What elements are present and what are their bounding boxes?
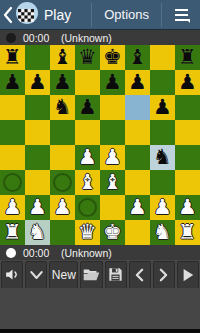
new-game-button[interactable]: New (49, 261, 78, 289)
new-game-label: New (52, 268, 76, 282)
piece-black-pawn: ♟ (53, 70, 72, 95)
piece-black-bishop: ♝ (53, 45, 72, 70)
square-f1[interactable] (125, 220, 150, 245)
piece-white-bishop: ♝ (78, 170, 97, 195)
square-d8[interactable]: ♛ (75, 45, 100, 70)
square-g4[interactable]: ♞ (150, 145, 175, 170)
piece-black-pawn: ♟ (78, 95, 97, 120)
piece-black-pawn: ♟ (128, 70, 147, 95)
square-f7[interactable]: ♟ (125, 70, 150, 95)
black-player-name: (Unknown) (61, 32, 112, 44)
square-c2[interactable]: ♟ (50, 195, 75, 220)
piece-white-pawn: ♟ (28, 195, 47, 220)
black-player-dot (6, 33, 16, 43)
piece-black-pawn: ♟ (3, 70, 22, 95)
square-e1[interactable]: ♚ (100, 220, 125, 245)
square-g2[interactable]: ♟ (150, 195, 175, 220)
white-player-dot (6, 248, 16, 258)
black-clock: 00:00 (23, 32, 57, 44)
piece-white-rook: ♜ (178, 220, 197, 245)
top-action-bar: Play Options (0, 0, 200, 30)
square-g7[interactable] (150, 70, 175, 95)
piece-white-pawn: ♟ (53, 195, 72, 220)
square-h4[interactable] (175, 145, 200, 170)
options-button[interactable]: Options (92, 0, 161, 29)
square-e7[interactable]: ♟ (100, 70, 125, 95)
square-b4[interactable] (25, 145, 50, 170)
move-back-button[interactable] (129, 261, 151, 289)
square-a6[interactable] (0, 95, 25, 120)
piece-white-pawn: ♟ (153, 195, 172, 220)
chevron-left-icon (134, 268, 145, 282)
square-d1[interactable]: ♛ (75, 220, 100, 245)
back-icon[interactable] (3, 6, 13, 24)
square-c8[interactable]: ♝ (50, 45, 75, 70)
square-b3[interactable] (25, 170, 50, 195)
piece-white-knight: ♞ (28, 220, 47, 245)
white-player-name: (Unknown) (61, 247, 112, 259)
open-game-button[interactable] (80, 261, 102, 289)
square-d2[interactable] (75, 195, 100, 220)
chevron-right-icon (158, 268, 169, 282)
square-f8[interactable]: ♝ (125, 45, 150, 70)
piece-white-king: ♚ (103, 220, 122, 245)
square-d7[interactable] (75, 70, 100, 95)
chess-board[interactable]: ♜♝♛♚♝♜♟♟♟♟♟♟♞♟♟♟♟♞♝♝♟♟♟♟♟♟♜♞♛♚♞♜ (0, 45, 200, 245)
square-b7[interactable]: ♟ (25, 70, 50, 95)
piece-white-rook: ♜ (3, 220, 22, 245)
piece-black-pawn: ♟ (178, 70, 197, 95)
square-a4[interactable] (0, 145, 25, 170)
play-forward-button[interactable] (177, 261, 199, 289)
white-clock: 00:00 (23, 247, 57, 259)
square-h6[interactable] (175, 95, 200, 120)
square-c7[interactable]: ♟ (50, 70, 75, 95)
app-logo-icon (15, 1, 39, 29)
bottom-edge (0, 329, 200, 333)
play-icon (181, 268, 195, 282)
square-c6[interactable]: ♞ (50, 95, 75, 120)
piece-black-rook: ♜ (3, 45, 22, 70)
chevron-down-icon (29, 269, 44, 281)
white-player-bar: 00:00 (Unknown) (0, 245, 200, 260)
square-e2[interactable] (100, 195, 125, 220)
piece-black-knight: ♞ (153, 145, 172, 170)
piece-white-bishop: ♝ (103, 170, 122, 195)
square-e3[interactable]: ♝ (100, 170, 125, 195)
save-icon (108, 267, 123, 282)
square-d3[interactable]: ♝ (75, 170, 100, 195)
square-f4[interactable] (125, 145, 150, 170)
collapse-toolbar-button[interactable] (25, 261, 47, 289)
piece-white-pawn: ♟ (3, 195, 22, 220)
save-game-button[interactable] (105, 261, 127, 289)
open-folder-icon (83, 267, 100, 282)
piece-black-pawn: ♟ (103, 70, 122, 95)
square-h7[interactable]: ♟ (175, 70, 200, 95)
piece-black-king: ♚ (103, 45, 122, 70)
square-e4[interactable]: ♟ (100, 145, 125, 170)
square-d4[interactable]: ♟ (75, 145, 100, 170)
square-a2[interactable]: ♟ (0, 195, 25, 220)
legal-move-hint (78, 198, 97, 217)
square-h2[interactable]: ♟ (175, 195, 200, 220)
square-c3[interactable] (50, 170, 75, 195)
piece-black-rook: ♜ (178, 45, 197, 70)
square-h3[interactable] (175, 170, 200, 195)
square-c4[interactable] (50, 145, 75, 170)
square-b8[interactable] (25, 45, 50, 70)
square-c1[interactable] (50, 220, 75, 245)
piece-white-pawn: ♟ (103, 145, 122, 170)
black-player-bar: 00:00 (Unknown) (0, 30, 200, 45)
square-g1[interactable]: ♞ (150, 220, 175, 245)
square-h5[interactable] (175, 120, 200, 145)
legal-move-hint (3, 173, 22, 192)
square-d6[interactable]: ♟ (75, 95, 100, 120)
square-e5[interactable] (100, 120, 125, 145)
square-f5[interactable] (125, 120, 150, 145)
piece-black-pawn: ♟ (153, 95, 172, 120)
square-g6[interactable]: ♟ (150, 95, 175, 120)
square-a7[interactable]: ♟ (0, 70, 25, 95)
square-a8[interactable]: ♜ (0, 45, 25, 70)
move-forward-button[interactable] (153, 261, 175, 289)
square-h1[interactable]: ♜ (175, 220, 200, 245)
square-a1[interactable]: ♜ (0, 220, 25, 245)
piece-white-pawn: ♟ (78, 145, 97, 170)
square-d5[interactable] (75, 120, 100, 145)
bottom-toolbar: New (0, 260, 200, 289)
page-title: Play (44, 7, 91, 23)
square-e8[interactable]: ♚ (100, 45, 125, 70)
square-b5[interactable] (25, 120, 50, 145)
piece-white-pawn: ♟ (128, 195, 147, 220)
square-e6[interactable] (100, 95, 125, 120)
menu-corner-triangle (186, 19, 190, 23)
square-g3[interactable] (150, 170, 175, 195)
square-f3[interactable] (125, 170, 150, 195)
piece-black-queen: ♛ (78, 45, 97, 70)
volume-button[interactable] (1, 261, 23, 289)
square-c5[interactable] (50, 120, 75, 145)
square-g8[interactable] (150, 45, 175, 70)
piece-black-bishop: ♝ (128, 45, 147, 70)
piece-white-pawn: ♟ (178, 195, 197, 220)
volume-icon (4, 266, 21, 283)
square-a5[interactable] (0, 120, 25, 145)
square-g5[interactable] (150, 120, 175, 145)
square-f2[interactable]: ♟ (125, 195, 150, 220)
legal-move-hint (53, 173, 72, 192)
square-a3[interactable] (0, 170, 25, 195)
square-b6[interactable] (25, 95, 50, 120)
piece-white-queen: ♛ (78, 220, 97, 245)
square-b1[interactable]: ♞ (25, 220, 50, 245)
empty-area (0, 288, 200, 329)
piece-white-knight: ♞ (153, 220, 172, 245)
piece-black-knight: ♞ (53, 95, 72, 120)
overflow-menu-icon[interactable] (162, 0, 200, 29)
square-f6[interactable] (125, 95, 150, 120)
square-h8[interactable]: ♜ (175, 45, 200, 70)
square-b2[interactable]: ♟ (25, 195, 50, 220)
piece-black-pawn: ♟ (28, 70, 47, 95)
chess-app-screen: Play Options 00:00 (Unknown) ♜♝♛♚♝♜♟♟♟♟♟… (0, 0, 200, 333)
